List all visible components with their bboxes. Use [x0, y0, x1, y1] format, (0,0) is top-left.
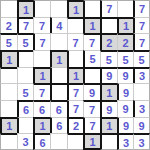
cell-r2c5[interactable] — [67, 17, 84, 34]
cell-r2c8[interactable]: 1 — [117, 17, 134, 34]
cell-r5c7[interactable]: 9 — [100, 67, 117, 84]
cell-digit: 9 — [123, 120, 129, 131]
cell-r3c8[interactable]: 2 — [117, 33, 134, 50]
cell-digit: 5 — [139, 54, 145, 65]
cell-r6c7[interactable]: 1 — [100, 83, 117, 100]
cell-digit: 3 — [22, 137, 28, 148]
cell-digit: 7 — [39, 88, 45, 99]
cell-digit: 7 — [139, 4, 145, 15]
cell-digit: 2 — [106, 38, 112, 49]
cell-r4c5[interactable] — [67, 50, 84, 67]
cell-digit: 1 — [40, 121, 46, 132]
cell-r5c6[interactable] — [83, 67, 100, 84]
cell-r4c7[interactable]: 5 — [100, 50, 117, 67]
cell-digit: 1 — [123, 21, 129, 32]
cell-r8c3[interactable]: 1 — [33, 117, 50, 134]
cell-r7c9[interactable]: 3 — [133, 100, 150, 117]
cell-digit: 7 — [89, 38, 95, 49]
cell-r2c3[interactable]: 7 — [33, 17, 50, 34]
cell-r7c4[interactable]: 6 — [50, 100, 67, 117]
cell-digit: 3 — [139, 137, 145, 148]
cell-r4c3[interactable] — [33, 50, 50, 67]
cell-digit: 1 — [73, 71, 79, 82]
cell-r9c9[interactable]: 3 — [133, 133, 150, 150]
cell-r6c9[interactable] — [133, 83, 150, 100]
cell-r9c7[interactable] — [100, 133, 117, 150]
cell-r3c2[interactable]: 5 — [17, 33, 34, 50]
cell-digit: 4 — [56, 20, 62, 31]
cell-digit: 1 — [106, 88, 112, 99]
cell-r4c9[interactable]: 5 — [133, 50, 150, 67]
cell-r8c7[interactable]: 1 — [100, 117, 117, 134]
cell-r5c8[interactable]: 9 — [117, 67, 134, 84]
cell-r6c4[interactable] — [50, 83, 67, 100]
cell-digit: 2 — [73, 121, 79, 132]
cell-r1c6[interactable] — [83, 0, 100, 17]
cell-r6c1[interactable] — [0, 83, 17, 100]
cell-digit: 9 — [122, 104, 128, 115]
cell-r7c2[interactable]: 6 — [17, 100, 34, 117]
cell-r2c1[interactable]: 2 — [0, 17, 17, 34]
cell-r7c5[interactable]: 7 — [67, 100, 84, 117]
cell-r1c7[interactable]: 7 — [100, 0, 117, 17]
cell-digit: 5 — [90, 54, 96, 65]
cell-r9c2[interactable]: 3 — [17, 133, 34, 150]
cell-digit: 1 — [40, 71, 46, 82]
cell-r4c8[interactable]: 5 — [117, 50, 134, 67]
cell-digit: 9 — [106, 71, 112, 82]
cell-r5c2[interactable] — [17, 67, 34, 84]
cell-r4c6[interactable]: 5 — [83, 50, 100, 67]
cell-r3c9[interactable]: 7 — [133, 33, 150, 50]
cell-r6c8[interactable]: 9 — [117, 83, 134, 100]
cell-r1c3[interactable] — [33, 0, 50, 17]
cell-r1c4[interactable] — [50, 0, 67, 17]
cell-digit: 1 — [90, 21, 96, 32]
cell-r3c4[interactable] — [50, 33, 67, 50]
cell-digit: 1 — [6, 54, 12, 65]
cell-digit: 7 — [73, 88, 79, 99]
cell-digit: 5 — [6, 38, 12, 49]
cell-r5c1[interactable] — [0, 67, 17, 84]
cell-r9c1[interactable] — [0, 133, 17, 150]
cell-digit: 7 — [73, 104, 79, 115]
cell-digit: 3 — [139, 104, 145, 115]
cell-r8c2[interactable] — [17, 117, 34, 134]
cell-r8c1[interactable]: 1 — [0, 117, 17, 134]
cell-r1c9[interactable]: 7 — [133, 0, 150, 17]
cell-r6c3[interactable]: 7 — [33, 83, 50, 100]
cell-digit: 9 — [122, 71, 128, 82]
cell-digit: 7 — [39, 20, 45, 31]
cell-r8c8[interactable]: 9 — [117, 117, 134, 134]
cell-r9c3[interactable]: 6 — [33, 133, 50, 150]
cell-r1c8[interactable] — [117, 0, 134, 17]
cell-r9c6[interactable]: 1 — [83, 133, 100, 150]
cell-digit: 7 — [106, 4, 112, 15]
cell-digit: 3 — [139, 71, 145, 82]
cell-digit: 7 — [90, 120, 96, 131]
cell-r8c9[interactable]: 9 — [133, 117, 150, 134]
cell-r4c1[interactable]: 1 — [0, 50, 17, 67]
cell-digit: 9 — [106, 104, 112, 115]
cell-r1c2[interactable]: 1 — [17, 0, 34, 17]
cell-digit: 6 — [56, 120, 62, 131]
cell-r5c3[interactable]: 1 — [33, 67, 50, 84]
cell-r8c6[interactable]: 7 — [83, 117, 100, 134]
cell-r9c8[interactable]: 3 — [117, 133, 134, 150]
cell-r6c5[interactable]: 7 — [67, 83, 84, 100]
cell-digit: 5 — [106, 54, 112, 65]
cell-digit: 2 — [122, 38, 128, 49]
cell-r5c9[interactable]: 3 — [133, 67, 150, 84]
cell-r2c4[interactable]: 4 — [50, 17, 67, 34]
cell-digit: 7 — [23, 21, 29, 32]
cell-r5c4[interactable] — [50, 67, 67, 84]
cell-r3c1[interactable]: 5 — [0, 33, 17, 50]
cell-r6c6[interactable]: 9 — [83, 83, 100, 100]
cell-digit: 2 — [6, 20, 12, 31]
cell-r2c6[interactable]: 1 — [83, 17, 100, 34]
cell-r2c2[interactable]: 7 — [17, 17, 34, 34]
cell-digit: 7 — [89, 104, 95, 115]
cell-digit: 7 — [40, 37, 46, 48]
cell-r4c2[interactable] — [17, 50, 34, 67]
cell-digit: 5 — [122, 54, 128, 65]
cell-r6c2[interactable]: 5 — [17, 83, 34, 100]
cell-r4c4[interactable]: 1 — [50, 50, 67, 67]
cell-r7c8[interactable]: 9 — [117, 100, 134, 117]
cell-r1c1[interactable] — [0, 0, 17, 17]
cell-r7c3[interactable]: 6 — [33, 100, 50, 117]
cell-digit: 6 — [56, 104, 62, 115]
cell-r3c5[interactable]: 7 — [67, 33, 84, 50]
cell-digit: 6 — [23, 104, 29, 115]
cell-r3c7[interactable]: 2 — [100, 33, 117, 50]
cell-digit: 5 — [22, 87, 28, 98]
cell-r7c6[interactable]: 7 — [83, 100, 100, 117]
cell-digit: 7 — [139, 37, 145, 48]
cell-digit: 1 — [23, 4, 29, 15]
cell-r9c5[interactable] — [67, 133, 84, 150]
cell-digit: 1 — [56, 54, 62, 65]
cell-r7c7[interactable]: 9 — [100, 100, 117, 117]
cell-digit: 9 — [89, 88, 95, 99]
cell-digit: 1 — [90, 137, 96, 148]
cell-digit: 3 — [123, 137, 129, 148]
cell-digit: 6 — [40, 137, 46, 148]
cell-digit: 9 — [139, 120, 145, 131]
cell-digit: 7 — [72, 37, 78, 48]
cell-r8c4[interactable]: 6 — [50, 117, 67, 134]
cell-digit: 9 — [123, 87, 129, 98]
cell-r5c5[interactable]: 1 — [67, 67, 84, 84]
cell-digit: 1 — [6, 121, 12, 132]
cell-r3c3[interactable]: 7 — [33, 33, 50, 50]
cell-digit: 1 — [106, 121, 112, 132]
cell-digit: 7 — [139, 20, 145, 31]
cell-r1c5[interactable]: 1 — [67, 0, 84, 17]
cell-r9c4[interactable] — [50, 133, 67, 150]
cell-r8c5[interactable]: 2 — [67, 117, 84, 134]
fillomino-board: 1177277411755777227115555119935779196667… — [0, 0, 150, 150]
cell-digit: 6 — [39, 104, 45, 115]
cell-r7c1[interactable] — [0, 100, 17, 117]
cell-digit: 1 — [73, 4, 79, 15]
cell-r2c7[interactable] — [100, 17, 117, 34]
cell-r3c6[interactable]: 7 — [83, 33, 100, 50]
cell-r2c9[interactable]: 7 — [133, 17, 150, 34]
cell-digit: 5 — [22, 38, 28, 49]
